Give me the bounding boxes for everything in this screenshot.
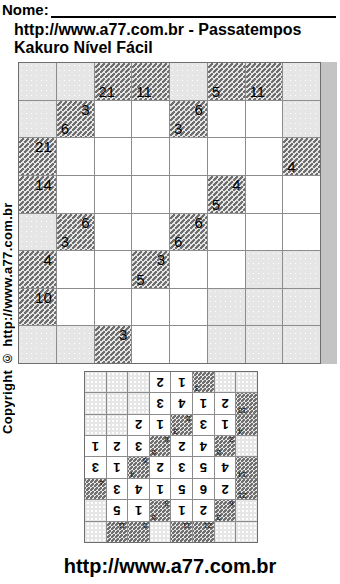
clue-cell: 21 — [236, 479, 257, 499]
entry-cell[interactable] — [170, 326, 207, 363]
entry-cell: 3 — [128, 436, 149, 456]
blocked-cell — [85, 500, 106, 520]
solution-digit: 3 — [107, 479, 128, 499]
solution-digit: 2 — [215, 479, 236, 499]
blocked-cell — [246, 289, 283, 326]
clue-cell: 3 — [193, 372, 214, 392]
clue-cell: 10 — [236, 393, 257, 413]
clue-cell: 35 — [172, 415, 193, 435]
blocked-cell — [236, 372, 257, 392]
clue-cell: 63 — [215, 436, 236, 456]
solution-digit: 2 — [172, 436, 193, 456]
entry-cell: 2 — [150, 372, 171, 392]
blocked-cell — [150, 522, 171, 542]
entry-cell: 3 — [107, 479, 128, 499]
footer-url: http://www.a77.com.br — [0, 554, 340, 578]
entry-cell: 2 — [193, 500, 214, 520]
entry-cell[interactable] — [132, 176, 169, 213]
entry-cell[interactable] — [57, 176, 94, 213]
solution-digit: 2 — [107, 436, 128, 456]
across-clue: 6 — [152, 449, 156, 458]
across-clue: 21 — [238, 491, 246, 500]
solution-digit: 2 — [150, 458, 171, 478]
down-clue: 11 — [183, 521, 190, 530]
entry-cell: 2 — [107, 436, 128, 456]
entry-cell: 2 — [172, 436, 193, 456]
across-clue: 4 — [130, 470, 134, 479]
across-clue: 3 — [157, 251, 165, 268]
down-clue: 6 — [61, 120, 69, 137]
entry-cell: 1 — [172, 372, 193, 392]
blocked-cell — [283, 289, 320, 326]
across-clue: 4 — [232, 176, 240, 193]
entry-cell[interactable] — [283, 176, 320, 213]
down-clue: 21 — [99, 83, 116, 100]
solution-digit: 1 — [193, 393, 214, 413]
solution-digit: 4 — [128, 479, 149, 499]
down-clue: 5 — [143, 521, 147, 530]
down-clue: 3 — [229, 435, 233, 444]
clue-cell: 35 — [132, 251, 169, 288]
solution-digit: 1 — [150, 415, 171, 435]
clue-cell: 63 — [170, 101, 207, 138]
down-clue: 3 — [165, 499, 169, 508]
blocked-cell — [107, 393, 128, 413]
entry-cell: 5 — [107, 500, 128, 520]
blocked-cell — [19, 101, 56, 138]
solution-digit: 2 — [193, 500, 214, 520]
blocked-cell — [208, 289, 245, 326]
blocked-cell — [128, 393, 149, 413]
entry-cell[interactable] — [246, 138, 283, 175]
clue-cell: 14 — [236, 458, 257, 478]
across-clue: 6 — [194, 214, 202, 231]
blocked-cell — [236, 500, 257, 520]
entry-cell: 3 — [193, 415, 214, 435]
clue-cell: 5 — [208, 63, 245, 100]
across-clue: 3 — [195, 384, 199, 393]
entry-cell[interactable] — [95, 176, 132, 213]
entry-cell: 4 — [172, 393, 193, 413]
name-label: Nome: — [2, 1, 49, 18]
name-fill-line[interactable] — [51, 1, 336, 18]
down-clue: 5 — [136, 271, 144, 288]
entry-cell[interactable] — [95, 214, 132, 251]
entry-cell[interactable] — [57, 138, 94, 175]
entry-cell: 2 — [128, 415, 149, 435]
blocked-cell — [236, 436, 257, 456]
blocked-cell — [283, 63, 320, 100]
entry-cell: 3 — [172, 458, 193, 478]
blocked-cell — [19, 214, 56, 251]
entry-cell: 4 — [128, 479, 149, 499]
solution-digit: 5 — [193, 458, 214, 478]
clue-cell: 63 — [57, 214, 94, 251]
entry-cell: 6 — [193, 479, 214, 499]
entry-cell: 1 — [172, 500, 193, 520]
clue-cell: 66 — [170, 214, 207, 251]
blocked-cell — [85, 372, 106, 392]
clue-cell: 4 — [19, 251, 56, 288]
clue-cell: 21 — [95, 63, 132, 100]
solution-digit: 2 — [215, 393, 236, 413]
entry-cell[interactable] — [132, 326, 169, 363]
entry-cell: 1 — [215, 415, 236, 435]
entry-cell[interactable] — [170, 138, 207, 175]
grid-shadow-band — [321, 62, 337, 364]
clue-cell: 36 — [215, 500, 236, 520]
clue-cell: 11 — [246, 63, 283, 100]
across-clue: 21 — [35, 138, 52, 155]
kakuro-puzzle-grid[interactable]: 2111511366321414456366435103 — [18, 62, 321, 364]
clue-cell: 45 — [208, 176, 245, 213]
down-clue: 5 — [186, 414, 190, 423]
across-clue: 3 — [174, 427, 178, 436]
entry-cell: 2 — [215, 393, 236, 413]
solution-digit: 4 — [193, 436, 214, 456]
clue-cell: 36 — [57, 101, 94, 138]
solution-digit: 5 — [172, 479, 193, 499]
entry-cell[interactable] — [95, 101, 132, 138]
entry-cell[interactable] — [132, 214, 169, 251]
across-clue: 3 — [81, 101, 89, 118]
blocked-cell — [283, 101, 320, 138]
worksheet-page: Nome: http://www.a77.com.br - Passatempo… — [0, 0, 340, 584]
entry-cell: 1 — [85, 436, 106, 456]
entry-cell: 4 — [193, 436, 214, 456]
blocked-cell — [246, 251, 283, 288]
blocked-cell — [283, 326, 320, 363]
down-clue: 6 — [165, 435, 169, 444]
clue-cell: 4 — [236, 415, 257, 435]
solution-digit: 1 — [172, 372, 193, 392]
entry-cell[interactable] — [132, 289, 169, 326]
solution-digit: 6 — [193, 479, 214, 499]
solution-digit: 1 — [150, 479, 171, 499]
across-clue: 4 — [43, 251, 51, 268]
down-clue: 11 — [136, 83, 152, 100]
blocked-cell — [85, 522, 106, 542]
clue-cell: 11 — [107, 522, 128, 542]
clue-cell: 10 — [19, 289, 56, 326]
down-clue: 4 — [287, 158, 295, 175]
blocked-cell — [57, 326, 94, 363]
entry-cell: 3 — [150, 393, 171, 413]
down-clue: 4 — [100, 478, 104, 487]
blocked-cell — [107, 372, 128, 392]
blocked-cell — [215, 522, 236, 542]
clue-cell: 11 — [172, 522, 193, 542]
entry-cell[interactable] — [132, 101, 169, 138]
down-clue: 5 — [212, 83, 220, 100]
copyright-vertical-text: Copyright © http://www.a77.com.br — [0, 74, 18, 434]
clue-cell: 5 — [128, 522, 149, 542]
solution-digit: 1 — [215, 415, 236, 435]
entry-cell[interactable] — [170, 289, 207, 326]
entry-cell[interactable] — [132, 138, 169, 175]
across-clue: 3 — [119, 326, 127, 343]
entry-cell[interactable] — [208, 138, 245, 175]
blocked-cell — [236, 522, 257, 542]
puzzle-title: Kakuro Nível Fácil — [14, 39, 153, 57]
entry-cell: 1 — [150, 415, 171, 435]
entry-cell: 5 — [172, 479, 193, 499]
across-clue: 6 — [217, 449, 221, 458]
entry-cell[interactable] — [95, 289, 132, 326]
across-clue: 3 — [217, 513, 221, 522]
entry-cell[interactable] — [208, 101, 245, 138]
blocked-cell — [107, 415, 128, 435]
entry-cell[interactable] — [246, 214, 283, 251]
across-clue: 14 — [35, 176, 52, 193]
entry-cell: 5 — [193, 458, 214, 478]
across-clue: 10 — [35, 289, 52, 306]
entry-cell: 3 — [85, 458, 106, 478]
down-clue: 21 — [204, 521, 212, 530]
blocked-cell — [283, 251, 320, 288]
down-clue: 5 — [212, 196, 220, 213]
entry-cell[interactable] — [246, 101, 283, 138]
entry-cell[interactable] — [283, 214, 320, 251]
solution-digit: 3 — [150, 393, 171, 413]
solution-digit: 2 — [128, 415, 149, 435]
entry-cell: 2 — [150, 458, 171, 478]
solution-digit: 3 — [85, 458, 106, 478]
blocked-cell — [208, 326, 245, 363]
across-clue: 6 — [81, 214, 89, 231]
blocked-cell — [57, 63, 94, 100]
down-clue: 6 — [174, 233, 182, 250]
entry-cell[interactable] — [95, 251, 132, 288]
entry-cell[interactable] — [170, 176, 207, 213]
solution-digit: 4 — [215, 458, 236, 478]
solution-digit: 5 — [107, 500, 128, 520]
clue-cell: 63 — [150, 500, 171, 520]
across-clue: 6 — [152, 513, 156, 522]
blocked-cell — [19, 63, 56, 100]
site-subtitle: http://www.a77.com.br - Passatempos — [14, 21, 301, 39]
entry-cell[interactable] — [95, 138, 132, 175]
solution-digit: 1 — [128, 500, 149, 520]
entry-cell[interactable] — [57, 289, 94, 326]
blocked-cell — [128, 372, 149, 392]
name-row: Nome: — [2, 1, 338, 18]
entry-cell[interactable] — [246, 176, 283, 213]
clue-cell: 45 — [128, 458, 149, 478]
down-clue: 3 — [174, 120, 182, 137]
blocked-cell — [85, 393, 106, 413]
entry-cell: 1 — [150, 479, 171, 499]
across-clue: 14 — [238, 470, 246, 479]
entry-cell: 2 — [215, 479, 236, 499]
clue-cell: 21 — [193, 522, 214, 542]
clue-cell: 21 — [19, 138, 56, 175]
entry-cell[interactable] — [208, 214, 245, 251]
entry-cell[interactable] — [57, 251, 94, 288]
blocked-cell — [215, 372, 236, 392]
kakuro-solution-grid-rotated: 2111511362163152126514341445324513634266… — [84, 371, 258, 543]
clue-cell: 4 — [85, 479, 106, 499]
clue-cell: 4 — [283, 138, 320, 175]
solution-digit: 1 — [85, 436, 106, 456]
entry-cell: 4 — [215, 458, 236, 478]
down-clue: 3 — [61, 233, 69, 250]
solution-digit: 1 — [172, 500, 193, 520]
down-clue: 5 — [143, 457, 147, 466]
solution-digit: 3 — [193, 415, 214, 435]
entry-cell[interactable] — [208, 251, 245, 288]
solution-digit: 3 — [128, 436, 149, 456]
clue-cell: 14 — [19, 176, 56, 213]
entry-cell: 1 — [107, 458, 128, 478]
down-clue: 6 — [229, 499, 233, 508]
entry-cell[interactable] — [170, 251, 207, 288]
blocked-cell — [246, 326, 283, 363]
down-clue: 11 — [250, 83, 266, 100]
across-clue: 6 — [194, 101, 202, 118]
solution-digit: 4 — [172, 393, 193, 413]
blocked-cell — [19, 326, 56, 363]
solution-digit: 3 — [172, 458, 193, 478]
across-clue: 10 — [238, 406, 246, 415]
entry-cell: 1 — [193, 393, 214, 413]
solution-digit: 1 — [107, 458, 128, 478]
across-clue: 4 — [238, 427, 242, 436]
blocked-cell — [170, 63, 207, 100]
entry-cell: 1 — [128, 500, 149, 520]
down-clue: 11 — [118, 521, 125, 530]
clue-cell: 11 — [132, 63, 169, 100]
clue-cell: 3 — [95, 326, 132, 363]
clue-cell: 66 — [150, 436, 171, 456]
blocked-cell — [85, 415, 106, 435]
solution-digit: 2 — [150, 372, 171, 392]
